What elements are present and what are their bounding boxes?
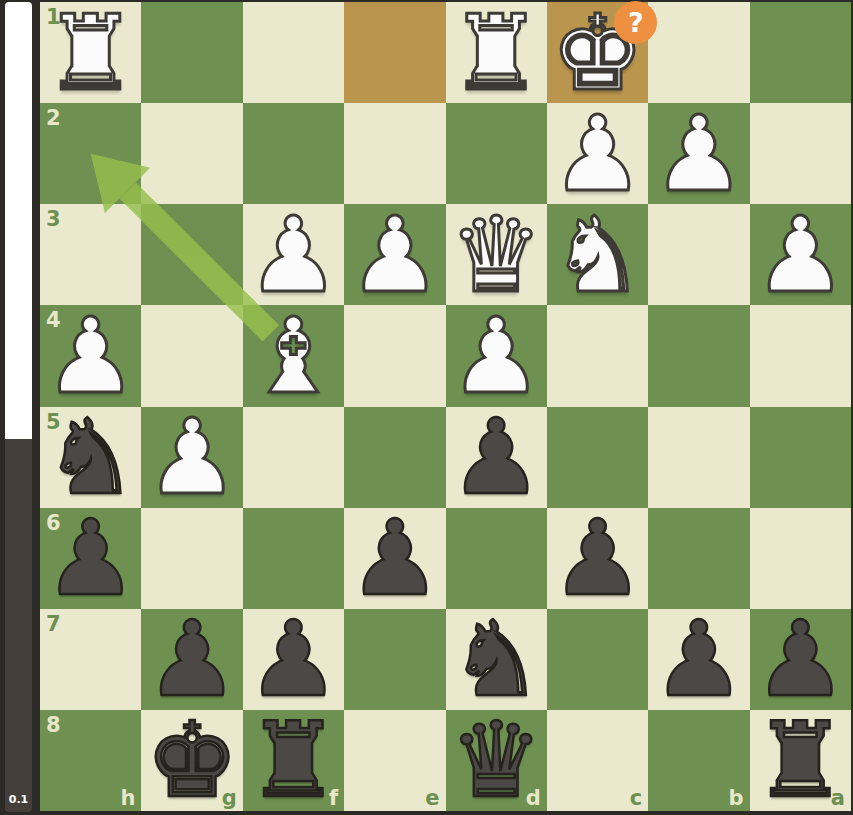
black-pawn[interactable]: ♟: [547, 508, 648, 609]
white-pawn[interactable]: ♟: [547, 103, 648, 204]
square-f3[interactable]: ♟: [243, 204, 344, 305]
black-rook[interactable]: ♜: [750, 710, 851, 811]
rank-label-8: 8: [46, 713, 61, 737]
white-pawn[interactable]: ♟: [446, 305, 547, 406]
black-pawn[interactable]: ♟: [40, 508, 141, 609]
black-pawn[interactable]: ♟: [344, 508, 445, 609]
square-e7[interactable]: [344, 609, 445, 710]
eval-score-label: 0.1: [5, 793, 32, 806]
black-pawn[interactable]: ♟: [446, 407, 547, 508]
black-pawn[interactable]: ♟: [750, 609, 851, 710]
square-b5[interactable]: [648, 407, 749, 508]
rank-label-3: 3: [46, 207, 61, 231]
white-pawn[interactable]: ♟: [750, 204, 851, 305]
square-e2[interactable]: [344, 103, 445, 204]
square-c6[interactable]: ♟: [547, 508, 648, 609]
square-h8[interactable]: 8h: [40, 710, 141, 811]
square-g7[interactable]: ♟: [141, 609, 242, 710]
file-label-e: e: [425, 786, 439, 810]
square-a3[interactable]: ♟: [750, 204, 851, 305]
square-a8[interactable]: a♜: [750, 710, 851, 811]
square-h4[interactable]: 4♟: [40, 305, 141, 406]
square-c2[interactable]: ♟: [547, 103, 648, 204]
white-bishop[interactable]: ♝: [243, 305, 344, 406]
square-g1[interactable]: [141, 2, 242, 103]
black-pawn[interactable]: ♟: [243, 609, 344, 710]
square-f2[interactable]: [243, 103, 344, 204]
square-g3[interactable]: [141, 204, 242, 305]
square-e8[interactable]: e: [344, 710, 445, 811]
square-b8[interactable]: b: [648, 710, 749, 811]
square-c3[interactable]: ♞: [547, 204, 648, 305]
square-f6[interactable]: [243, 508, 344, 609]
square-d7[interactable]: ♞: [446, 609, 547, 710]
mistake-badge: ?: [614, 1, 657, 44]
white-knight[interactable]: ♞: [547, 204, 648, 305]
square-b3[interactable]: [648, 204, 749, 305]
square-g6[interactable]: [141, 508, 242, 609]
square-a6[interactable]: [750, 508, 851, 609]
white-pawn[interactable]: ♟: [40, 305, 141, 406]
black-pawn[interactable]: ♟: [648, 609, 749, 710]
file-label-h: h: [120, 786, 135, 810]
square-a2[interactable]: [750, 103, 851, 204]
square-e6[interactable]: ♟: [344, 508, 445, 609]
square-h7[interactable]: 7: [40, 609, 141, 710]
square-b6[interactable]: [648, 508, 749, 609]
square-c7[interactable]: [547, 609, 648, 710]
square-d6[interactable]: [446, 508, 547, 609]
black-pawn[interactable]: ♟: [141, 609, 242, 710]
black-knight[interactable]: ♞: [40, 407, 141, 508]
square-e5[interactable]: [344, 407, 445, 508]
evaluation-bar: 0.1: [5, 2, 32, 812]
square-f4[interactable]: ♝: [243, 305, 344, 406]
square-a5[interactable]: [750, 407, 851, 508]
square-h1[interactable]: 1♜: [40, 2, 141, 103]
square-g5[interactable]: ♟: [141, 407, 242, 508]
square-c5[interactable]: [547, 407, 648, 508]
white-pawn[interactable]: ♟: [141, 407, 242, 508]
square-g2[interactable]: [141, 103, 242, 204]
chess-board[interactable]: 1♜♜♚?2♟♟3♟♟♛♞♟4♟♝♟5♞♟♟6♟♟♟7♟♟♞♟♟8hg♚f♜ed…: [40, 2, 851, 811]
black-king[interactable]: ♚: [141, 710, 242, 811]
file-label-b: b: [729, 786, 744, 810]
square-g4[interactable]: [141, 305, 242, 406]
square-a4[interactable]: [750, 305, 851, 406]
square-c4[interactable]: [547, 305, 648, 406]
eval-white-section: [5, 2, 32, 439]
square-b1[interactable]: [648, 2, 749, 103]
white-pawn[interactable]: ♟: [648, 103, 749, 204]
square-a7[interactable]: ♟: [750, 609, 851, 710]
white-rook[interactable]: ♜: [40, 2, 141, 103]
square-c8[interactable]: c: [547, 710, 648, 811]
white-queen[interactable]: ♛: [446, 204, 547, 305]
white-rook[interactable]: ♜: [446, 2, 547, 103]
square-e1[interactable]: [344, 2, 445, 103]
square-e4[interactable]: [344, 305, 445, 406]
square-a1[interactable]: [750, 2, 851, 103]
square-h5[interactable]: 5♞: [40, 407, 141, 508]
square-d5[interactable]: ♟: [446, 407, 547, 508]
square-h6[interactable]: 6♟: [40, 508, 141, 609]
square-b7[interactable]: ♟: [648, 609, 749, 710]
square-h3[interactable]: 3: [40, 204, 141, 305]
white-pawn[interactable]: ♟: [344, 204, 445, 305]
square-d2[interactable]: [446, 103, 547, 204]
square-f8[interactable]: f♜: [243, 710, 344, 811]
square-f7[interactable]: ♟: [243, 609, 344, 710]
black-queen[interactable]: ♛: [446, 710, 547, 811]
square-b2[interactable]: ♟: [648, 103, 749, 204]
square-d1[interactable]: ♜: [446, 2, 547, 103]
square-d3[interactable]: ♛: [446, 204, 547, 305]
square-h2[interactable]: 2: [40, 103, 141, 204]
square-g8[interactable]: g♚: [141, 710, 242, 811]
white-pawn[interactable]: ♟: [243, 204, 344, 305]
square-d4[interactable]: ♟: [446, 305, 547, 406]
square-f1[interactable]: [243, 2, 344, 103]
square-b4[interactable]: [648, 305, 749, 406]
square-e3[interactable]: ♟: [344, 204, 445, 305]
file-label-c: c: [630, 786, 642, 810]
square-f5[interactable]: [243, 407, 344, 508]
black-knight[interactable]: ♞: [446, 609, 547, 710]
square-c1[interactable]: ♚?: [547, 2, 648, 103]
square-d8[interactable]: d♛: [446, 710, 547, 811]
black-rook[interactable]: ♜: [243, 710, 344, 811]
